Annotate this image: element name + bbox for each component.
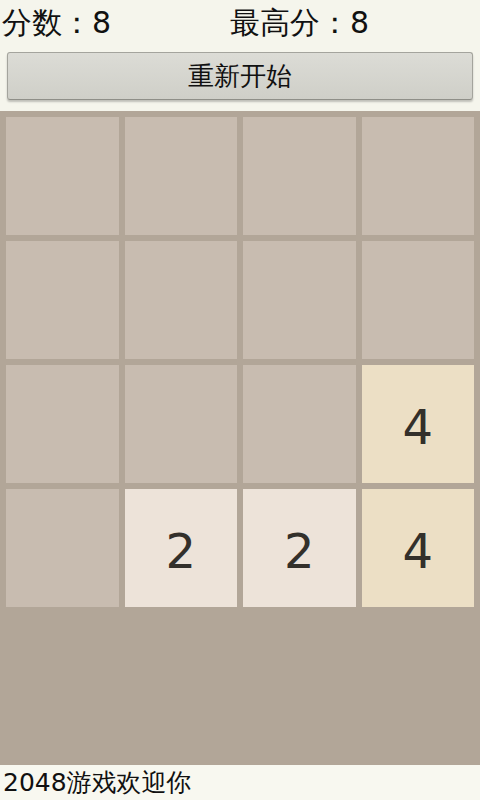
- welcome-message: 2048游戏欢迎你: [3, 766, 192, 799]
- cell-empty-r2c3: [243, 241, 356, 359]
- cell-empty-r1c3: [243, 117, 356, 235]
- tile-2-r4c3: 2: [243, 489, 356, 607]
- cell-empty-r3c3: [243, 365, 356, 483]
- status-bar: 2048游戏欢迎你: [0, 765, 480, 800]
- tile-2-r4c2: 2: [125, 489, 238, 607]
- best-score-label: 最高分：: [230, 5, 350, 40]
- cell-empty-r2c4: [362, 241, 475, 359]
- score-bar: 分数：8 最高分：8: [0, 0, 480, 47]
- cell-empty-r1c1: [6, 117, 119, 235]
- restart-button-container: 重新开始: [0, 47, 480, 100]
- board[interactable]: 4224: [0, 111, 480, 765]
- best-score-text: 最高分：8: [230, 3, 480, 44]
- cell-empty-r4c1: [6, 489, 119, 607]
- best-score-value: 8: [350, 5, 369, 40]
- cell-empty-r2c1: [6, 241, 119, 359]
- restart-button[interactable]: 重新开始: [7, 52, 473, 100]
- cell-empty-r3c2: [125, 365, 238, 483]
- cell-empty-r3c1: [6, 365, 119, 483]
- score-text: 分数：8: [2, 3, 230, 44]
- tile-4-r4c4: 4: [362, 489, 475, 607]
- cell-empty-r1c4: [362, 117, 475, 235]
- cell-empty-r2c2: [125, 241, 238, 359]
- cell-empty-r1c2: [125, 117, 238, 235]
- tile-4-r3c4: 4: [362, 365, 475, 483]
- score-label: 分数：: [2, 5, 92, 40]
- score-value: 8: [92, 5, 111, 40]
